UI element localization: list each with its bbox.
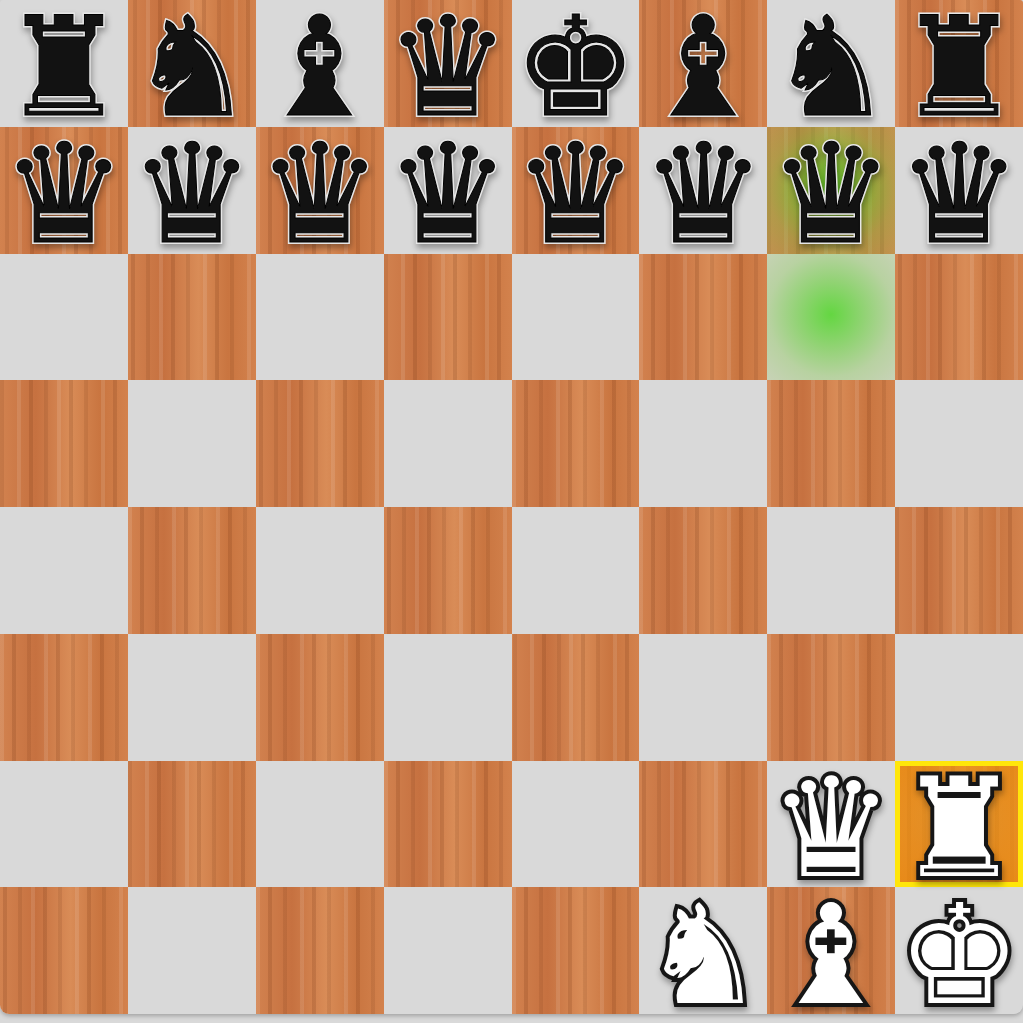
square-e6[interactable] xyxy=(512,254,640,381)
square-e5[interactable] xyxy=(512,380,640,507)
square-f2[interactable] xyxy=(639,761,767,888)
square-d1[interactable] xyxy=(384,887,512,1014)
chess-board: ♜♜♞♞♝♝♛♛♚♚♝♝♞♞♜♜♛♛♛♛♛♛♛♛♛♛♛♛♛♛♛♛♛♛♜♜♞♞♝♝… xyxy=(0,0,1023,1014)
black-queen-icon: ♛ xyxy=(767,132,895,259)
piece-black-bishop-c8[interactable]: ♝♝ xyxy=(256,0,384,127)
piece-white-knight-f1[interactable]: ♞♞ xyxy=(639,887,767,1014)
white-queen-icon: ♛ xyxy=(767,766,895,893)
square-g8[interactable]: ♞♞ xyxy=(767,0,895,127)
square-g5[interactable] xyxy=(767,380,895,507)
black-rook-icon: ♜ xyxy=(0,5,128,132)
piece-white-queen-g2[interactable]: ♛♛ xyxy=(767,761,895,888)
white-knight-icon: ♞ xyxy=(639,892,767,1014)
piece-black-rook-a8[interactable]: ♜♜ xyxy=(0,0,128,127)
square-h5[interactable] xyxy=(895,380,1023,507)
black-queen-icon: ♛ xyxy=(0,132,128,259)
piece-black-king-e8[interactable]: ♚♚ xyxy=(512,0,640,127)
piece-black-rook-h8[interactable]: ♜♜ xyxy=(895,0,1023,127)
square-f6[interactable] xyxy=(639,254,767,381)
piece-black-knight-g8[interactable]: ♞♞ xyxy=(767,0,895,127)
square-c4[interactable] xyxy=(256,507,384,634)
square-h6[interactable] xyxy=(895,254,1023,381)
square-c2[interactable] xyxy=(256,761,384,888)
black-queen-icon: ♛ xyxy=(895,132,1023,259)
square-g1[interactable]: ♝♝ xyxy=(767,887,895,1014)
piece-white-rook-h2[interactable]: ♜♜ xyxy=(895,761,1023,888)
square-a8[interactable]: ♜♜ xyxy=(0,0,128,127)
square-b2[interactable] xyxy=(128,761,256,888)
square-f7[interactable]: ♛♛ xyxy=(639,127,767,254)
square-f5[interactable] xyxy=(639,380,767,507)
square-d8[interactable]: ♛♛ xyxy=(384,0,512,127)
white-king-icon: ♚ xyxy=(895,892,1023,1014)
square-a4[interactable] xyxy=(0,507,128,634)
black-knight-icon: ♞ xyxy=(128,5,256,132)
square-b3[interactable] xyxy=(128,634,256,761)
square-h7[interactable]: ♛♛ xyxy=(895,127,1023,254)
white-bishop-icon: ♝ xyxy=(767,892,895,1014)
square-a6[interactable] xyxy=(0,254,128,381)
highlight-last-move-g6 xyxy=(767,254,895,381)
piece-black-queen-h7[interactable]: ♛♛ xyxy=(895,127,1023,254)
black-bishop-icon: ♝ xyxy=(639,5,767,132)
square-g2[interactable]: ♛♛ xyxy=(767,761,895,888)
square-e2[interactable] xyxy=(512,761,640,888)
black-king-icon: ♚ xyxy=(512,5,640,132)
square-f3[interactable] xyxy=(639,634,767,761)
square-a7[interactable]: ♛♛ xyxy=(0,127,128,254)
square-d3[interactable] xyxy=(384,634,512,761)
square-a1[interactable] xyxy=(0,887,128,1014)
black-bishop-icon: ♝ xyxy=(256,5,384,132)
square-h4[interactable] xyxy=(895,507,1023,634)
white-rook-icon: ♜ xyxy=(895,766,1023,893)
square-e7[interactable]: ♛♛ xyxy=(512,127,640,254)
square-g4[interactable] xyxy=(767,507,895,634)
black-queen-icon: ♛ xyxy=(384,132,512,259)
square-e1[interactable] xyxy=(512,887,640,1014)
black-knight-icon: ♞ xyxy=(767,5,895,132)
square-b1[interactable] xyxy=(128,887,256,1014)
square-e3[interactable] xyxy=(512,634,640,761)
square-d6[interactable] xyxy=(384,254,512,381)
square-f8[interactable]: ♝♝ xyxy=(639,0,767,127)
black-queen-icon: ♛ xyxy=(512,132,640,259)
piece-black-queen-c7[interactable]: ♛♛ xyxy=(256,127,384,254)
black-queen-icon: ♛ xyxy=(384,5,512,132)
page-background: ♜♜♞♞♝♝♛♛♚♚♝♝♞♞♜♜♛♛♛♛♛♛♛♛♛♛♛♛♛♛♛♛♛♛♜♜♞♞♝♝… xyxy=(0,0,1023,1023)
square-e4[interactable] xyxy=(512,507,640,634)
piece-black-queen-b7[interactable]: ♛♛ xyxy=(128,127,256,254)
square-f4[interactable] xyxy=(639,507,767,634)
piece-black-queen-a7[interactable]: ♛♛ xyxy=(0,127,128,254)
black-rook-icon: ♜ xyxy=(895,5,1023,132)
square-a3[interactable] xyxy=(0,634,128,761)
black-queen-icon: ♛ xyxy=(256,132,384,259)
piece-black-queen-e7[interactable]: ♛♛ xyxy=(512,127,640,254)
square-a5[interactable] xyxy=(0,380,128,507)
square-g3[interactable] xyxy=(767,634,895,761)
square-d5[interactable] xyxy=(384,380,512,507)
square-d2[interactable] xyxy=(384,761,512,888)
piece-black-queen-d8[interactable]: ♛♛ xyxy=(384,0,512,127)
square-d4[interactable] xyxy=(384,507,512,634)
square-c8[interactable]: ♝♝ xyxy=(256,0,384,127)
square-f1[interactable]: ♞♞ xyxy=(639,887,767,1014)
square-c3[interactable] xyxy=(256,634,384,761)
square-h8[interactable]: ♜♜ xyxy=(895,0,1023,127)
square-c6[interactable] xyxy=(256,254,384,381)
piece-black-bishop-f8[interactable]: ♝♝ xyxy=(639,0,767,127)
square-e8[interactable]: ♚♚ xyxy=(512,0,640,127)
square-c5[interactable] xyxy=(256,380,384,507)
square-b5[interactable] xyxy=(128,380,256,507)
piece-black-queen-d7[interactable]: ♛♛ xyxy=(384,127,512,254)
black-queen-icon: ♛ xyxy=(639,132,767,259)
black-queen-icon: ♛ xyxy=(128,132,256,259)
square-h1[interactable]: ♚♚ xyxy=(895,887,1023,1014)
piece-white-bishop-g1[interactable]: ♝♝ xyxy=(767,887,895,1014)
square-g7[interactable]: ♛♛ xyxy=(767,127,895,254)
square-c7[interactable]: ♛♛ xyxy=(256,127,384,254)
square-b7[interactable]: ♛♛ xyxy=(128,127,256,254)
square-b6[interactable] xyxy=(128,254,256,381)
square-b8[interactable]: ♞♞ xyxy=(128,0,256,127)
square-h2[interactable]: ♜♜ xyxy=(895,761,1023,888)
square-a2[interactable] xyxy=(0,761,128,888)
piece-white-king-h1[interactable]: ♚♚ xyxy=(895,887,1023,1014)
piece-black-queen-f7[interactable]: ♛♛ xyxy=(639,127,767,254)
piece-black-knight-b8[interactable]: ♞♞ xyxy=(128,0,256,127)
square-c1[interactable] xyxy=(256,887,384,1014)
square-h3[interactable] xyxy=(895,634,1023,761)
square-g6[interactable] xyxy=(767,254,895,381)
square-b4[interactable] xyxy=(128,507,256,634)
square-d7[interactable]: ♛♛ xyxy=(384,127,512,254)
piece-black-queen-g7[interactable]: ♛♛ xyxy=(767,127,895,254)
